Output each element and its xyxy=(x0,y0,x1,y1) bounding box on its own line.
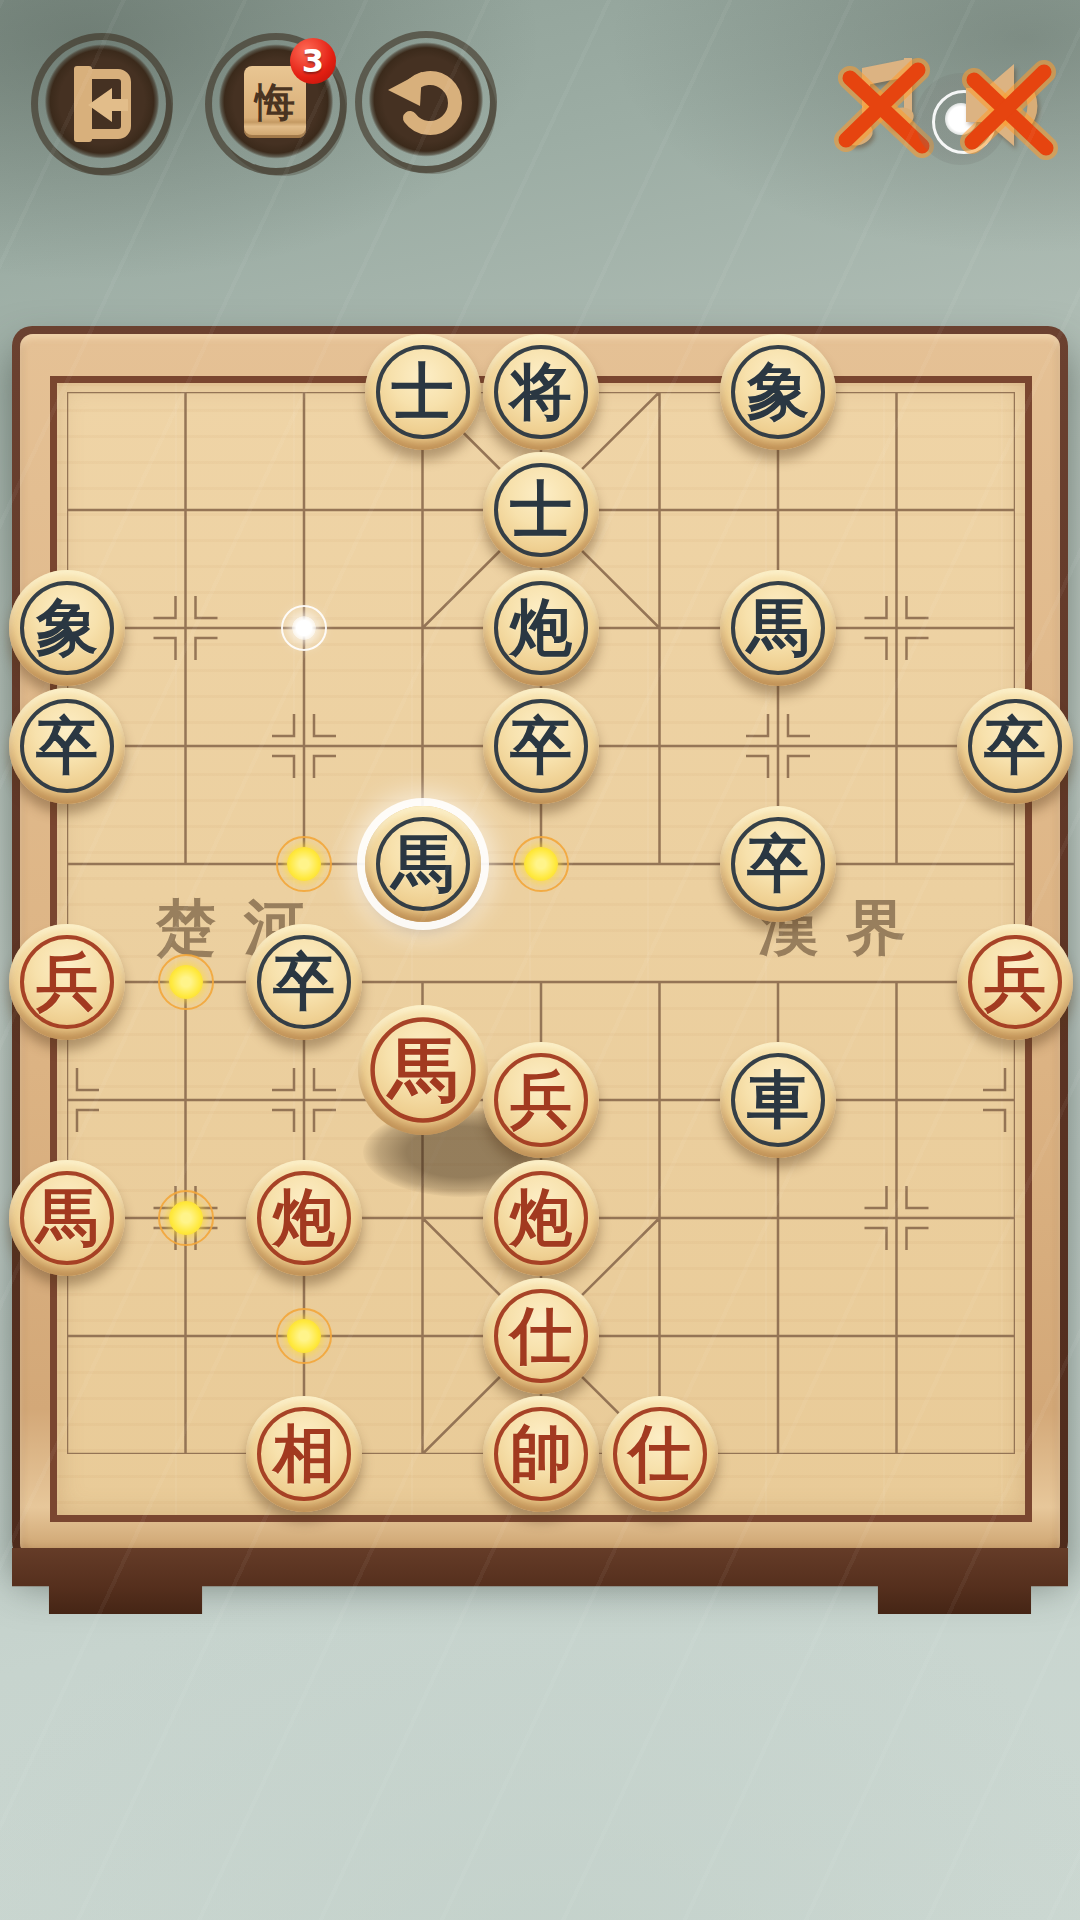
piece-ring xyxy=(494,581,588,675)
restart-arrow-icon xyxy=(374,50,478,154)
piece-ring xyxy=(968,699,1062,793)
piece-black-general[interactable]: 将 xyxy=(483,334,599,450)
undo-count-badge: 3 xyxy=(290,38,336,84)
piece-ring xyxy=(20,935,114,1029)
undo-button[interactable]: 悔 3 xyxy=(212,40,340,168)
piece-ring xyxy=(494,345,588,439)
piece-black-horse[interactable]: 馬 xyxy=(720,570,836,686)
piece-ring xyxy=(257,935,351,1029)
piece-black-horse[interactable]: 馬 xyxy=(365,806,481,922)
sound-muted-button[interactable] xyxy=(952,48,1064,160)
last-move-origin-marker xyxy=(292,616,316,640)
piece-ring xyxy=(494,1407,588,1501)
piece-red-soldier[interactable]: 兵 xyxy=(957,924,1073,1040)
exit-button[interactable] xyxy=(38,40,166,168)
piece-ring xyxy=(731,1053,825,1147)
piece-ring xyxy=(20,581,114,675)
piece-black-soldier[interactable]: 卒 xyxy=(9,688,125,804)
piece-red-horse[interactable]: 馬 xyxy=(9,1160,125,1276)
piece-red-general[interactable]: 帥 xyxy=(483,1396,599,1512)
legal-move-dot[interactable] xyxy=(524,847,558,881)
piece-black-elephant[interactable]: 象 xyxy=(9,570,125,686)
piece-ring xyxy=(376,345,470,439)
piece-ring xyxy=(494,1053,588,1147)
piece-red-elephant[interactable]: 相 xyxy=(246,1396,362,1512)
piece-ring xyxy=(370,1017,475,1122)
piece-ring xyxy=(613,1407,707,1501)
piece-black-soldier[interactable]: 卒 xyxy=(246,924,362,1040)
piece-black-advisor[interactable]: 士 xyxy=(483,452,599,568)
piece-ring xyxy=(257,1171,351,1265)
piece-red-advisor[interactable]: 仕 xyxy=(602,1396,718,1512)
undo-glyph: 悔 xyxy=(255,82,295,122)
piece-ring xyxy=(731,345,825,439)
piece-black-soldier[interactable]: 卒 xyxy=(720,806,836,922)
piece-red-soldier[interactable]: 兵 xyxy=(483,1042,599,1158)
piece-black-chariot[interactable]: 車 xyxy=(720,1042,836,1158)
piece-ring xyxy=(968,935,1062,1029)
piece-ring xyxy=(20,699,114,793)
legal-move-dot[interactable] xyxy=(169,965,203,999)
piece-red-cannon[interactable]: 炮 xyxy=(246,1160,362,1276)
game-screen: 悔 3 xyxy=(0,0,1080,1920)
legal-move-dot[interactable] xyxy=(169,1201,203,1235)
piece-red-soldier[interactable]: 兵 xyxy=(9,924,125,1040)
legal-move-dot[interactable] xyxy=(287,847,321,881)
piece-ring xyxy=(494,1289,588,1383)
piece-ring xyxy=(494,463,588,557)
piece-black-advisor[interactable]: 士 xyxy=(365,334,481,450)
piece-black-cannon[interactable]: 炮 xyxy=(483,570,599,686)
sound-off-icon xyxy=(952,48,1064,160)
piece-ring xyxy=(731,581,825,675)
piece-ring xyxy=(257,1407,351,1501)
piece-black-elephant[interactable]: 象 xyxy=(720,334,836,450)
board-stand xyxy=(12,1548,1068,1614)
piece-red-horse[interactable]: 馬 xyxy=(358,1005,488,1135)
piece-black-soldier[interactable]: 卒 xyxy=(957,688,1073,804)
piece-ring xyxy=(376,817,470,911)
piece-ring xyxy=(20,1171,114,1265)
restart-button[interactable] xyxy=(362,38,490,166)
legal-move-dot[interactable] xyxy=(287,1319,321,1353)
exit-door-icon xyxy=(56,58,148,150)
piece-red-advisor[interactable]: 仕 xyxy=(483,1278,599,1394)
piece-black-soldier[interactable]: 卒 xyxy=(483,688,599,804)
piece-ring xyxy=(731,817,825,911)
piece-red-cannon[interactable]: 炮 xyxy=(483,1160,599,1276)
piece-ring xyxy=(494,1171,588,1265)
piece-ring xyxy=(494,699,588,793)
